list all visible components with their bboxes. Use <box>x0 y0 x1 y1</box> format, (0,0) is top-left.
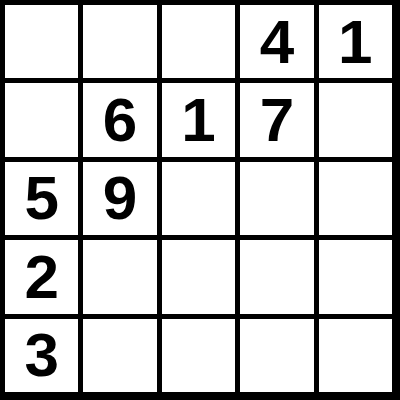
cell-r3c4[interactable] <box>240 162 313 235</box>
puzzle-board: 416175923 <box>0 0 400 400</box>
cell-r2c4[interactable]: 7 <box>240 83 313 156</box>
cell-r1c2[interactable] <box>83 5 156 78</box>
cell-r1c1[interactable] <box>5 5 78 78</box>
cell-r2c1[interactable] <box>5 83 78 156</box>
cell-r4c5[interactable] <box>319 240 392 313</box>
cell-r3c5[interactable] <box>319 162 392 235</box>
cell-r5c4[interactable] <box>240 319 313 392</box>
cell-r4c3[interactable] <box>162 240 235 313</box>
cell-r3c3[interactable] <box>162 162 235 235</box>
cell-r5c2[interactable] <box>83 319 156 392</box>
cell-r1c3[interactable] <box>162 5 235 78</box>
cell-r4c1[interactable]: 2 <box>5 240 78 313</box>
cell-r2c2[interactable]: 6 <box>83 83 156 156</box>
cell-r4c4[interactable] <box>240 240 313 313</box>
cell-r4c2[interactable] <box>83 240 156 313</box>
cell-r3c1[interactable]: 5 <box>5 162 78 235</box>
cell-r5c3[interactable] <box>162 319 235 392</box>
cell-r2c3[interactable]: 1 <box>162 83 235 156</box>
cell-r1c5[interactable]: 1 <box>319 5 392 78</box>
cell-r5c1[interactable]: 3 <box>5 319 78 392</box>
cell-r2c5[interactable] <box>319 83 392 156</box>
cell-r1c4[interactable]: 4 <box>240 5 313 78</box>
cell-r5c5[interactable] <box>319 319 392 392</box>
cell-r3c2[interactable]: 9 <box>83 162 156 235</box>
